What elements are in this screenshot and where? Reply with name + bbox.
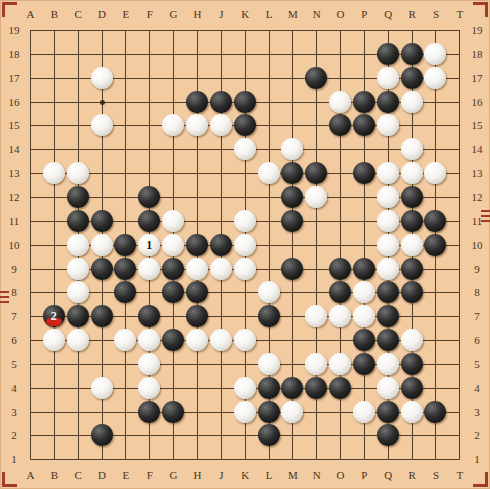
coord-label-right: 17 (467, 72, 487, 84)
coord-label-bottom: K (235, 469, 255, 481)
stone-N13[interactable] (305, 162, 327, 184)
coord-label-top: K (235, 8, 255, 20)
stone-Q10[interactable] (377, 234, 399, 256)
stone-J16[interactable] (210, 91, 232, 113)
coord-label-right: 13 (467, 167, 487, 179)
edge-ornament (481, 220, 490, 222)
coord-label-right: 5 (467, 358, 487, 370)
stone-M13[interactable] (281, 162, 303, 184)
stone-P6[interactable] (353, 329, 375, 351)
stone-S3[interactable] (424, 401, 446, 423)
stone-G3[interactable] (162, 401, 184, 423)
coord-label-left: 5 (4, 358, 24, 370)
stone-G9[interactable] (162, 258, 184, 280)
stone-K6[interactable] (234, 329, 256, 351)
coord-label-right: 7 (467, 310, 487, 322)
stone-Q15[interactable] (377, 114, 399, 136)
stone-P3[interactable] (353, 401, 375, 423)
coord-label-bottom: M (283, 469, 303, 481)
coord-label-top: N (307, 8, 327, 20)
stone-O8[interactable] (329, 281, 351, 303)
stone-B6[interactable] (43, 329, 65, 351)
stone-H8[interactable] (186, 281, 208, 303)
coord-label-top: C (68, 8, 88, 20)
stone-L4[interactable] (258, 377, 280, 399)
stone-P16[interactable] (353, 91, 375, 113)
stone-J10[interactable] (210, 234, 232, 256)
stone-M3[interactable] (281, 401, 303, 423)
coord-label-bottom: F (140, 469, 160, 481)
coord-label-left: 9 (4, 263, 24, 275)
coord-label-top: E (116, 8, 136, 20)
stone-N12[interactable] (305, 186, 327, 208)
stone-Q12[interactable] (377, 186, 399, 208)
stone-K15[interactable] (234, 114, 256, 136)
stone-Q18[interactable] (377, 43, 399, 65)
stone-S10[interactable] (424, 234, 446, 256)
coord-label-left: 17 (4, 72, 24, 84)
coord-label-top: M (283, 8, 303, 20)
stone-L13[interactable] (258, 162, 280, 184)
corner-ornament (473, 2, 488, 17)
stone-M11[interactable] (281, 210, 303, 232)
coord-label-right: 1 (467, 453, 487, 465)
stone-H6[interactable] (186, 329, 208, 351)
stone-L2[interactable] (258, 424, 280, 446)
stone-N5[interactable] (305, 353, 327, 375)
stone-N4[interactable] (305, 377, 327, 399)
stone-P7[interactable] (353, 305, 375, 327)
stone-Q11[interactable] (377, 210, 399, 232)
stone-D10[interactable] (91, 234, 113, 256)
stone-C9[interactable] (67, 258, 89, 280)
coord-label-left: 4 (4, 382, 24, 394)
stone-D7[interactable] (91, 305, 113, 327)
stone-R18[interactable] (401, 43, 423, 65)
coord-label-bottom: N (307, 469, 327, 481)
coord-label-right: 16 (467, 96, 487, 108)
stone-P9[interactable] (353, 258, 375, 280)
stone-D2[interactable] (91, 424, 113, 446)
coord-label-bottom: Q (378, 469, 398, 481)
stone-R16[interactable] (401, 91, 423, 113)
coord-label-bottom: B (44, 469, 64, 481)
stone-P8[interactable] (353, 281, 375, 303)
stone-D11[interactable] (91, 210, 113, 232)
stone-D17[interactable] (91, 67, 113, 89)
corner-ornament (473, 472, 488, 487)
coord-label-top: F (140, 8, 160, 20)
coord-label-top: G (164, 8, 184, 20)
coord-label-left: 13 (4, 167, 24, 179)
move-number-label: 1 (138, 234, 160, 256)
stone-Q16[interactable] (377, 91, 399, 113)
coord-label-right: 8 (467, 286, 487, 298)
stone-O15[interactable] (329, 114, 351, 136)
stone-N17[interactable] (305, 67, 327, 89)
stone-R12[interactable] (401, 186, 423, 208)
edge-ornament (0, 296, 9, 298)
coord-label-bottom: H (187, 469, 207, 481)
move-number-label: 2 (43, 305, 65, 327)
coord-label-left: 11 (4, 215, 24, 227)
stone-R6[interactable] (401, 329, 423, 351)
coord-label-bottom: A (21, 469, 41, 481)
coord-label-top: S (426, 8, 446, 20)
stone-F11[interactable] (138, 210, 160, 232)
stone-S18[interactable] (424, 43, 446, 65)
stone-F7[interactable] (138, 305, 160, 327)
stone-C12[interactable] (67, 186, 89, 208)
coord-label-top: P (354, 8, 374, 20)
coord-label-bottom: D (92, 469, 112, 481)
stone-M4[interactable] (281, 377, 303, 399)
stone-H7[interactable] (186, 305, 208, 327)
coord-label-top: O (331, 8, 351, 20)
coord-label-right: 18 (467, 48, 487, 60)
stone-J6[interactable] (210, 329, 232, 351)
stone-F9[interactable] (138, 258, 160, 280)
stone-O5[interactable] (329, 353, 351, 375)
stone-G15[interactable] (162, 114, 184, 136)
stone-F12[interactable] (138, 186, 160, 208)
stone-Q17[interactable] (377, 67, 399, 89)
coord-label-bottom: S (426, 469, 446, 481)
stone-R5[interactable] (401, 353, 423, 375)
coord-label-left: 15 (4, 119, 24, 131)
stone-K3[interactable] (234, 401, 256, 423)
coord-label-top: L (259, 8, 279, 20)
coord-label-right: 6 (467, 334, 487, 346)
stone-C7[interactable] (67, 305, 89, 327)
stone-K9[interactable] (234, 258, 256, 280)
stone-R8[interactable] (401, 281, 423, 303)
stone-F6[interactable] (138, 329, 160, 351)
coord-label-right: 2 (467, 429, 487, 441)
stone-S11[interactable] (424, 210, 446, 232)
coord-label-left: 12 (4, 191, 24, 203)
stone-C13[interactable] (67, 162, 89, 184)
stone-N7[interactable] (305, 305, 327, 327)
stone-G10[interactable] (162, 234, 184, 256)
edge-ornament (0, 301, 9, 303)
stone-C8[interactable] (67, 281, 89, 303)
coord-label-bottom: T (450, 469, 470, 481)
stone-O9[interactable] (329, 258, 351, 280)
stone-G11[interactable] (162, 210, 184, 232)
coord-label-bottom: L (259, 469, 279, 481)
stone-K16[interactable] (234, 91, 256, 113)
edge-ornament (481, 210, 490, 212)
stone-Q8[interactable] (377, 281, 399, 303)
coord-label-right: 19 (467, 24, 487, 36)
stone-C10[interactable] (67, 234, 89, 256)
coord-label-top: T (450, 8, 470, 20)
coord-label-bottom: C (68, 469, 88, 481)
stone-H9[interactable] (186, 258, 208, 280)
corner-ornament (2, 2, 17, 17)
stone-R4[interactable] (401, 377, 423, 399)
coord-label-top: H (187, 8, 207, 20)
stone-R11[interactable] (401, 210, 423, 232)
coord-label-bottom: J (211, 469, 231, 481)
stone-D4[interactable] (91, 377, 113, 399)
stone-H10[interactable] (186, 234, 208, 256)
coord-label-left: 3 (4, 406, 24, 418)
coord-label-bottom: E (116, 469, 136, 481)
stone-O4[interactable] (329, 377, 351, 399)
stone-L7[interactable] (258, 305, 280, 327)
stone-E6[interactable] (114, 329, 136, 351)
stone-K10[interactable] (234, 234, 256, 256)
stone-G8[interactable] (162, 281, 184, 303)
coord-label-left: 14 (4, 143, 24, 155)
stone-H16[interactable] (186, 91, 208, 113)
stone-R10[interactable] (401, 234, 423, 256)
coord-label-right: 12 (467, 191, 487, 203)
stone-Q13[interactable] (377, 162, 399, 184)
stone-R14[interactable] (401, 138, 423, 160)
stone-L8[interactable] (258, 281, 280, 303)
grid-line-horizontal (30, 459, 460, 460)
stone-Q3[interactable] (377, 401, 399, 423)
stone-Q2[interactable] (377, 424, 399, 446)
coord-label-left: 10 (4, 239, 24, 251)
stone-C11[interactable] (67, 210, 89, 232)
stone-F3[interactable] (138, 401, 160, 423)
stone-R17[interactable] (401, 67, 423, 89)
grid-line-vertical (459, 30, 460, 460)
stone-D9[interactable] (91, 258, 113, 280)
stone-K4[interactable] (234, 377, 256, 399)
coord-label-left: 1 (4, 453, 24, 465)
coord-label-top: Q (378, 8, 398, 20)
stone-Q7[interactable] (377, 305, 399, 327)
coord-label-left: 6 (4, 334, 24, 346)
coord-label-left: 7 (4, 310, 24, 322)
stone-D15[interactable] (91, 114, 113, 136)
stone-O16[interactable] (329, 91, 351, 113)
coord-label-top: A (21, 8, 41, 20)
stone-E9[interactable] (114, 258, 136, 280)
coord-label-left: 18 (4, 48, 24, 60)
edge-ornament (0, 291, 9, 293)
coord-label-bottom: R (402, 469, 422, 481)
go-board: AABBCCDDEEFFGGHHJJKKLLMMNNOOPPQQRRSSTT19… (0, 0, 490, 489)
coord-label-top: R (402, 8, 422, 20)
stone-R3[interactable] (401, 401, 423, 423)
stone-L5[interactable] (258, 353, 280, 375)
stone-S17[interactable] (424, 67, 446, 89)
stone-E8[interactable] (114, 281, 136, 303)
coord-label-right: 14 (467, 143, 487, 155)
stone-M14[interactable] (281, 138, 303, 160)
coord-label-right: 15 (467, 119, 487, 131)
stone-S13[interactable] (424, 162, 446, 184)
coord-label-top: D (92, 8, 112, 20)
stone-O7[interactable] (329, 305, 351, 327)
coord-label-right: 3 (467, 406, 487, 418)
stone-Q6[interactable] (377, 329, 399, 351)
coord-label-top: J (211, 8, 231, 20)
stone-R13[interactable] (401, 162, 423, 184)
stone-G6[interactable] (162, 329, 184, 351)
stone-F5[interactable] (138, 353, 160, 375)
stone-K11[interactable] (234, 210, 256, 232)
coord-label-left: 2 (4, 429, 24, 441)
coord-label-right: 9 (467, 263, 487, 275)
stone-H15[interactable] (186, 114, 208, 136)
stone-F10[interactable]: 1 (138, 234, 160, 256)
coord-label-bottom: G (164, 469, 184, 481)
stone-P15[interactable] (353, 114, 375, 136)
stone-E10[interactable] (114, 234, 136, 256)
stone-B13[interactable] (43, 162, 65, 184)
stone-P13[interactable] (353, 162, 375, 184)
edge-ornament (481, 215, 490, 217)
coord-label-top: B (44, 8, 64, 20)
stone-Q4[interactable] (377, 377, 399, 399)
stone-K14[interactable] (234, 138, 256, 160)
stone-B7[interactable]: 2 (43, 305, 65, 327)
stone-Q5[interactable] (377, 353, 399, 375)
coord-label-bottom: P (354, 469, 374, 481)
stone-R9[interactable] (401, 258, 423, 280)
coord-label-left: 16 (4, 96, 24, 108)
stone-F4[interactable] (138, 377, 160, 399)
stone-J15[interactable] (210, 114, 232, 136)
stone-J9[interactable] (210, 258, 232, 280)
stone-P5[interactable] (353, 353, 375, 375)
stone-C6[interactable] (67, 329, 89, 351)
stone-L3[interactable] (258, 401, 280, 423)
corner-ornament (2, 472, 17, 487)
stone-Q9[interactable] (377, 258, 399, 280)
coord-label-left: 19 (4, 24, 24, 36)
stone-M9[interactable] (281, 258, 303, 280)
coord-label-right: 4 (467, 382, 487, 394)
coord-label-right: 10 (467, 239, 487, 251)
hoshi-point (100, 100, 105, 105)
stone-M12[interactable] (281, 186, 303, 208)
coord-label-bottom: O (331, 469, 351, 481)
